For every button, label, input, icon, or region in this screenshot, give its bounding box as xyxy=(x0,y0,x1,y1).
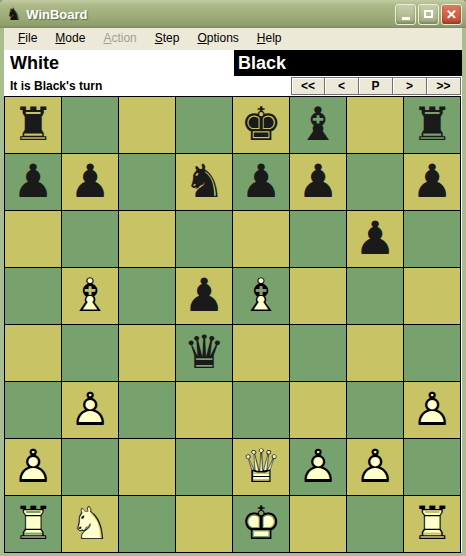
square-c2[interactable] xyxy=(119,439,175,495)
square-d4[interactable]: ♛ xyxy=(176,325,232,381)
square-c8[interactable] xyxy=(119,97,175,153)
menu-file[interactable]: File xyxy=(10,29,45,48)
chess-board: ♜♚♝♜♟♟♞♟♟♟♟♝♗♟♝♗♛♟♙♟♙♟♙♛♕♟♙♟♙♜♖♞♘♚♔♜♖ xyxy=(4,96,461,553)
maximize-button[interactable] xyxy=(418,4,439,25)
square-e2[interactable]: ♛♕ xyxy=(233,439,289,495)
close-button[interactable]: ✕ xyxy=(441,4,462,25)
square-f2[interactable]: ♟♙ xyxy=(290,439,346,495)
square-g3[interactable] xyxy=(347,382,403,438)
black-king[interactable]: ♚ xyxy=(233,97,289,153)
square-d1[interactable] xyxy=(176,496,232,552)
black-player-label: Black xyxy=(238,53,286,74)
square-h3[interactable]: ♟♙ xyxy=(404,382,460,438)
square-d6[interactable] xyxy=(176,211,232,267)
menu-step[interactable]: Step xyxy=(147,29,188,48)
menu-mode[interactable]: Mode xyxy=(47,29,93,48)
black-rook[interactable]: ♜ xyxy=(5,97,61,153)
window-title: WinBoard xyxy=(26,7,395,22)
winboard-window: ♞ WinBoard ✕ File Mode Action Step Optio… xyxy=(0,0,466,556)
square-d5[interactable]: ♟ xyxy=(176,268,232,324)
square-c7[interactable] xyxy=(119,154,175,210)
black-pawn[interactable]: ♟ xyxy=(176,268,232,324)
knight-app-icon: ♞ xyxy=(6,6,21,23)
square-f1[interactable] xyxy=(290,496,346,552)
square-g1[interactable] xyxy=(347,496,403,552)
square-h1[interactable]: ♜♖ xyxy=(404,496,460,552)
square-h8[interactable]: ♜ xyxy=(404,97,460,153)
black-rook[interactable]: ♜ xyxy=(404,97,460,153)
white-pawn-outline: ♙ xyxy=(347,439,403,495)
square-b8[interactable] xyxy=(62,97,118,153)
white-rook-outline: ♖ xyxy=(404,496,460,552)
black-pawn[interactable]: ♟ xyxy=(5,154,61,210)
player-labels-row: White Black xyxy=(4,50,462,76)
square-a3[interactable] xyxy=(5,382,61,438)
square-f3[interactable] xyxy=(290,382,346,438)
white-rook-outline: ♖ xyxy=(5,496,61,552)
white-player-panel: White xyxy=(4,50,234,76)
square-e1[interactable]: ♚♔ xyxy=(233,496,289,552)
square-b7[interactable]: ♟ xyxy=(62,154,118,210)
step-back-button[interactable]: < xyxy=(325,77,359,95)
black-pawn[interactable]: ♟ xyxy=(233,154,289,210)
square-b4[interactable] xyxy=(62,325,118,381)
square-e3[interactable] xyxy=(233,382,289,438)
black-pawn[interactable]: ♟ xyxy=(290,154,346,210)
black-queen[interactable]: ♛ xyxy=(176,325,232,381)
square-b3[interactable]: ♟♙ xyxy=(62,382,118,438)
black-bishop[interactable]: ♝ xyxy=(290,97,346,153)
rewind-to-start-button[interactable]: << xyxy=(291,77,325,95)
black-player-panel-active: Black xyxy=(234,50,462,76)
white-player-label: White xyxy=(10,53,59,74)
step-forward-button[interactable]: > xyxy=(393,77,427,95)
square-f7[interactable]: ♟ xyxy=(290,154,346,210)
square-f6[interactable] xyxy=(290,211,346,267)
minimize-icon xyxy=(402,17,410,20)
white-pawn-outline: ♙ xyxy=(62,382,118,438)
minimize-button[interactable] xyxy=(395,4,416,25)
square-e6[interactable] xyxy=(233,211,289,267)
square-c5[interactable] xyxy=(119,268,175,324)
white-knight-outline: ♘ xyxy=(62,496,118,552)
black-knight[interactable]: ♞ xyxy=(176,154,232,210)
square-b2[interactable] xyxy=(62,439,118,495)
status-row: It is Black's turn << < P > >> xyxy=(4,76,462,96)
white-pawn-outline: ♙ xyxy=(5,439,61,495)
menu-bar: File Mode Action Step Options Help xyxy=(4,28,462,50)
square-a4[interactable] xyxy=(5,325,61,381)
square-a5[interactable] xyxy=(5,268,61,324)
square-g6[interactable]: ♟ xyxy=(347,211,403,267)
square-f5[interactable] xyxy=(290,268,346,324)
square-g7[interactable] xyxy=(347,154,403,210)
square-h5[interactable] xyxy=(404,268,460,324)
white-pawn-outline: ♙ xyxy=(290,439,346,495)
maximize-icon xyxy=(424,10,433,18)
square-a7[interactable]: ♟ xyxy=(5,154,61,210)
square-c1[interactable] xyxy=(119,496,175,552)
black-pawn[interactable]: ♟ xyxy=(347,211,403,267)
square-d3[interactable] xyxy=(176,382,232,438)
menu-action: Action xyxy=(95,29,144,48)
square-f4[interactable] xyxy=(290,325,346,381)
square-a2[interactable]: ♟♙ xyxy=(5,439,61,495)
fast-forward-button[interactable]: >> xyxy=(427,77,461,95)
menu-help[interactable]: Help xyxy=(249,29,290,48)
square-c6[interactable] xyxy=(119,211,175,267)
square-c3[interactable] xyxy=(119,382,175,438)
square-h2[interactable] xyxy=(404,439,460,495)
white-king-outline: ♔ xyxy=(233,496,289,552)
square-b5[interactable]: ♝♗ xyxy=(62,268,118,324)
square-b6[interactable] xyxy=(62,211,118,267)
black-pawn[interactable]: ♟ xyxy=(62,154,118,210)
square-g8[interactable] xyxy=(347,97,403,153)
black-pawn[interactable]: ♟ xyxy=(404,154,460,210)
square-a6[interactable] xyxy=(5,211,61,267)
square-h6[interactable] xyxy=(404,211,460,267)
white-pawn-outline: ♙ xyxy=(404,382,460,438)
move-navigation: << < P > >> xyxy=(291,77,461,95)
white-bishop-outline: ♗ xyxy=(233,268,289,324)
square-b1[interactable]: ♞♘ xyxy=(62,496,118,552)
square-a8[interactable]: ♜ xyxy=(5,97,61,153)
square-g2[interactable]: ♟♙ xyxy=(347,439,403,495)
pause-button[interactable]: P xyxy=(359,77,393,95)
white-queen-outline: ♕ xyxy=(233,439,289,495)
title-bar: ♞ WinBoard ✕ xyxy=(0,0,466,28)
square-h4[interactable] xyxy=(404,325,460,381)
square-e4[interactable] xyxy=(233,325,289,381)
square-g5[interactable] xyxy=(347,268,403,324)
square-h7[interactable]: ♟ xyxy=(404,154,460,210)
square-d2[interactable] xyxy=(176,439,232,495)
square-d8[interactable] xyxy=(176,97,232,153)
square-g4[interactable] xyxy=(347,325,403,381)
turn-status-text: It is Black's turn xyxy=(4,79,102,93)
square-e8[interactable]: ♚ xyxy=(233,97,289,153)
square-d7[interactable]: ♞ xyxy=(176,154,232,210)
white-bishop-outline: ♗ xyxy=(62,268,118,324)
menu-options[interactable]: Options xyxy=(189,29,246,48)
square-e5[interactable]: ♝♗ xyxy=(233,268,289,324)
square-f8[interactable]: ♝ xyxy=(290,97,346,153)
square-e7[interactable]: ♟ xyxy=(233,154,289,210)
square-c4[interactable] xyxy=(119,325,175,381)
square-a1[interactable]: ♜♖ xyxy=(5,496,61,552)
